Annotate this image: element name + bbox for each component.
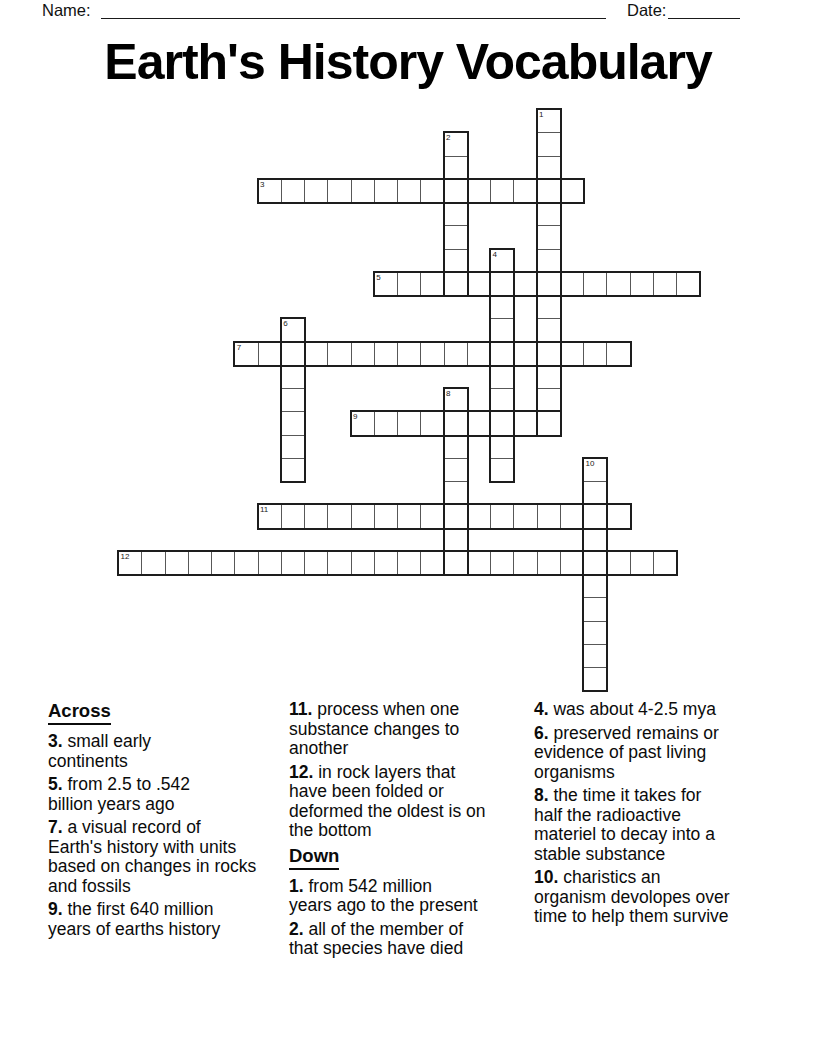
clue-item-number: 6. bbox=[534, 723, 553, 743]
grid-cell[interactable] bbox=[537, 295, 561, 319]
grid-cell[interactable] bbox=[444, 388, 468, 412]
clue-item-number: 5. bbox=[48, 774, 67, 794]
grid-cell[interactable] bbox=[258, 504, 282, 528]
grid-cell[interactable] bbox=[281, 411, 305, 435]
grid-cell[interactable] bbox=[490, 365, 514, 389]
grid-cell[interactable] bbox=[537, 225, 561, 249]
grid-cell[interactable] bbox=[444, 179, 468, 203]
grid-cell[interactable] bbox=[467, 179, 491, 203]
grid-cell[interactable] bbox=[513, 551, 537, 575]
grid-cell[interactable] bbox=[304, 179, 328, 203]
clue-column: 4. was about 4-2.5 mya6. preserved remai… bbox=[534, 700, 776, 931]
grid-cell[interactable] bbox=[606, 504, 630, 528]
grid-cell[interactable] bbox=[188, 551, 212, 575]
grid-cell[interactable] bbox=[583, 342, 607, 366]
grid-cell[interactable] bbox=[537, 342, 561, 366]
grid-cell[interactable] bbox=[537, 411, 561, 435]
grid-cell[interactable] bbox=[490, 388, 514, 412]
clue-item-text: a visual record of Earth's history with … bbox=[48, 817, 256, 896]
clue-item: 12. in rock layers that have been folded… bbox=[289, 763, 531, 841]
grid-cell[interactable] bbox=[397, 504, 421, 528]
grid-cell[interactable] bbox=[327, 342, 351, 366]
grid-cell[interactable] bbox=[397, 342, 421, 366]
grid-cell[interactable] bbox=[374, 411, 398, 435]
grid-cell[interactable] bbox=[304, 342, 328, 366]
grid-cell[interactable] bbox=[327, 179, 351, 203]
clue-item: 10. charistics an organism devolopes ove… bbox=[534, 868, 776, 927]
grid-cell[interactable] bbox=[444, 411, 468, 435]
grid-cell[interactable] bbox=[537, 132, 561, 156]
clue-item: 7. a visual record of Earth's history wi… bbox=[48, 818, 290, 896]
grid-cell[interactable] bbox=[351, 551, 375, 575]
clues-across-header: Across bbox=[48, 700, 111, 725]
grid-cell[interactable] bbox=[374, 342, 398, 366]
grid-cell[interactable] bbox=[513, 179, 537, 203]
grid-cell[interactable] bbox=[281, 342, 305, 366]
grid-cell[interactable] bbox=[444, 225, 468, 249]
grid-cell[interactable] bbox=[444, 528, 468, 552]
grid-cell[interactable] bbox=[141, 551, 165, 575]
grid-cell[interactable] bbox=[420, 342, 444, 366]
grid-cell[interactable] bbox=[560, 179, 584, 203]
grid-cell[interactable] bbox=[281, 551, 305, 575]
grid-cell[interactable] bbox=[281, 318, 305, 342]
grid-cell[interactable] bbox=[583, 528, 607, 552]
grid-cell[interactable] bbox=[583, 458, 607, 482]
grid-cell[interactable] bbox=[537, 388, 561, 412]
grid-cell[interactable] bbox=[490, 458, 514, 482]
grid-cell[interactable] bbox=[327, 551, 351, 575]
grid-cell[interactable] bbox=[513, 342, 537, 366]
clue-item: 2. all of the member of that species hav… bbox=[289, 920, 531, 959]
grid-cell[interactable] bbox=[444, 481, 468, 505]
clue-item-number: 9. bbox=[48, 899, 67, 919]
worksheet-page: Name: Date: Earth's History Vocabulary 3… bbox=[0, 0, 816, 1056]
clue-item: 6. preserved remains or evidence of past… bbox=[534, 724, 776, 783]
grid-cell[interactable] bbox=[583, 621, 607, 645]
date-fill-line[interactable] bbox=[668, 18, 740, 19]
grid-cell[interactable] bbox=[420, 272, 444, 296]
grid-cell[interactable] bbox=[420, 504, 444, 528]
clue-item-number: 1. bbox=[289, 876, 308, 896]
grid-cell[interactable] bbox=[444, 342, 468, 366]
grid-cell[interactable] bbox=[281, 365, 305, 389]
grid-cell[interactable] bbox=[374, 272, 398, 296]
grid-cell[interactable] bbox=[490, 411, 514, 435]
clue-column: 11. process when one substance changes t… bbox=[289, 700, 531, 963]
grid-cell[interactable] bbox=[560, 504, 584, 528]
clue-item-text: the first 640 million years of earths hi… bbox=[48, 899, 220, 939]
grid-cell[interactable] bbox=[281, 435, 305, 459]
clue-item: 5. from 2.5 to .542 billion years ago bbox=[48, 775, 290, 814]
grid-cell[interactable] bbox=[118, 551, 142, 575]
clue-item-number: 8. bbox=[534, 785, 553, 805]
grid-cell[interactable] bbox=[234, 551, 258, 575]
clue-item-number: 4. bbox=[534, 699, 553, 719]
clue-item: 8. the time it takes for half the radioa… bbox=[534, 786, 776, 864]
grid-cell[interactable] bbox=[490, 435, 514, 459]
clue-item: 11. process when one substance changes t… bbox=[289, 700, 531, 759]
grid-cell[interactable] bbox=[444, 249, 468, 273]
grid-cell[interactable] bbox=[351, 179, 375, 203]
grid-cell[interactable] bbox=[676, 272, 700, 296]
grid-cell[interactable] bbox=[583, 551, 607, 575]
grid-cell[interactable] bbox=[537, 551, 561, 575]
grid-cell[interactable] bbox=[606, 272, 630, 296]
grid-cell[interactable] bbox=[374, 179, 398, 203]
grid-cell[interactable] bbox=[537, 179, 561, 203]
clue-item-number: 3. bbox=[48, 731, 67, 751]
grid-cell[interactable] bbox=[397, 179, 421, 203]
grid-cell[interactable] bbox=[444, 156, 468, 180]
grid-cell[interactable] bbox=[374, 504, 398, 528]
grid-cell[interactable] bbox=[467, 411, 491, 435]
clue-item: 9. the first 640 million years of earths… bbox=[48, 900, 290, 939]
grid-cell[interactable] bbox=[281, 388, 305, 412]
grid-cell[interactable] bbox=[630, 272, 654, 296]
clue-item-text: the time it takes for half the radioacti… bbox=[534, 785, 715, 864]
clue-item-number: 7. bbox=[48, 817, 67, 837]
clue-item-text: from 542 million years ago to the presen… bbox=[289, 876, 478, 916]
grid-cell[interactable] bbox=[630, 551, 654, 575]
grid-cell[interactable] bbox=[490, 295, 514, 319]
grid-cell[interactable] bbox=[397, 272, 421, 296]
grid-cell[interactable] bbox=[490, 342, 514, 366]
grid-cell[interactable] bbox=[513, 272, 537, 296]
grid-cell[interactable] bbox=[537, 318, 561, 342]
grid-cell[interactable] bbox=[490, 551, 514, 575]
grid-cell[interactable] bbox=[211, 551, 235, 575]
grid-cell[interactable] bbox=[444, 132, 468, 156]
grid-cell[interactable] bbox=[420, 179, 444, 203]
grid-cell[interactable] bbox=[537, 504, 561, 528]
grid-cell[interactable] bbox=[490, 249, 514, 273]
clue-item-text: in rock layers that have been folded or … bbox=[289, 762, 486, 841]
grid-cell[interactable] bbox=[653, 272, 677, 296]
grid-cell[interactable] bbox=[397, 551, 421, 575]
date-label: Date: bbox=[627, 1, 666, 20]
grid-cell[interactable] bbox=[537, 202, 561, 226]
clue-item: 1. from 542 million years ago to the pre… bbox=[289, 877, 531, 916]
grid-cell[interactable] bbox=[351, 411, 375, 435]
grid-cell[interactable] bbox=[444, 272, 468, 296]
grid-cell[interactable] bbox=[490, 272, 514, 296]
clue-item: 3. small early continents bbox=[48, 732, 290, 771]
grid-cell[interactable] bbox=[374, 551, 398, 575]
grid-cell[interactable] bbox=[583, 272, 607, 296]
grid-cell[interactable] bbox=[583, 597, 607, 621]
grid-cell[interactable] bbox=[537, 249, 561, 273]
grid-cell[interactable] bbox=[490, 504, 514, 528]
clue-item-text: was about 4-2.5 mya bbox=[553, 699, 715, 719]
grid-cell[interactable] bbox=[420, 411, 444, 435]
grid-cell[interactable] bbox=[560, 551, 584, 575]
grid-cell[interactable] bbox=[351, 342, 375, 366]
grid-cell[interactable] bbox=[513, 411, 537, 435]
grid-cell[interactable] bbox=[165, 551, 189, 575]
grid-cell[interactable] bbox=[467, 504, 491, 528]
grid-cell[interactable] bbox=[258, 179, 282, 203]
grid-cell[interactable] bbox=[467, 551, 491, 575]
clue-item-number: 10. bbox=[534, 867, 563, 887]
clue-item-text: preserved remains or evidence of past li… bbox=[534, 723, 719, 782]
name-fill-line[interactable] bbox=[101, 18, 606, 19]
grid-cell[interactable] bbox=[397, 411, 421, 435]
grid-cell[interactable] bbox=[583, 481, 607, 505]
grid-cell[interactable] bbox=[467, 272, 491, 296]
grid-cell[interactable] bbox=[490, 318, 514, 342]
grid-cell[interactable] bbox=[490, 179, 514, 203]
clue-item: 4. was about 4-2.5 mya bbox=[534, 700, 776, 720]
grid-cell[interactable] bbox=[281, 504, 305, 528]
grid-cell[interactable] bbox=[304, 551, 328, 575]
grid-cell[interactable] bbox=[653, 551, 677, 575]
name-label: Name: bbox=[42, 1, 91, 20]
clue-item-number: 12. bbox=[289, 762, 318, 782]
grid-cell[interactable] bbox=[444, 202, 468, 226]
grid-cell[interactable] bbox=[304, 504, 328, 528]
grid-cell[interactable] bbox=[537, 109, 561, 133]
grid-cell[interactable] bbox=[444, 504, 468, 528]
grid-cell[interactable] bbox=[327, 504, 351, 528]
grid-cell[interactable] bbox=[560, 342, 584, 366]
grid-cell[interactable] bbox=[583, 504, 607, 528]
clue-item-text: all of the member of that species have d… bbox=[289, 919, 463, 959]
grid-cell[interactable] bbox=[467, 342, 491, 366]
clue-column: Across3. small early continents5. from 2… bbox=[48, 700, 290, 943]
grid-cell[interactable] bbox=[606, 342, 630, 366]
grid-cell[interactable] bbox=[606, 551, 630, 575]
grid-cell[interactable] bbox=[537, 272, 561, 296]
grid-cell[interactable] bbox=[351, 504, 375, 528]
clue-item-text: charistics an organism devolopes over ti… bbox=[534, 867, 730, 926]
clue-item-number: 11. bbox=[289, 699, 317, 719]
page-title: Earth's History Vocabulary bbox=[0, 33, 816, 91]
grid-cell[interactable] bbox=[444, 435, 468, 459]
grid-cell[interactable] bbox=[444, 551, 468, 575]
grid-cell[interactable] bbox=[444, 458, 468, 482]
grid-cell[interactable] bbox=[583, 644, 607, 668]
grid-cell[interactable] bbox=[281, 179, 305, 203]
grid-cell[interactable] bbox=[513, 504, 537, 528]
grid-cell[interactable] bbox=[537, 365, 561, 389]
grid-cell[interactable] bbox=[258, 342, 282, 366]
grid-cell[interactable] bbox=[537, 156, 561, 180]
grid-cell[interactable] bbox=[583, 574, 607, 598]
grid-cell[interactable] bbox=[560, 272, 584, 296]
crossword-grid: 357911121246810 bbox=[118, 109, 700, 691]
grid-cell[interactable] bbox=[583, 667, 607, 691]
grid-cell[interactable] bbox=[281, 458, 305, 482]
grid-cell[interactable] bbox=[258, 551, 282, 575]
clues-down-header: Down bbox=[289, 845, 339, 870]
clue-item-text: from 2.5 to .542 billion years ago bbox=[48, 774, 190, 814]
clue-item-number: 2. bbox=[289, 919, 308, 939]
grid-cell[interactable] bbox=[420, 551, 444, 575]
grid-cell[interactable] bbox=[234, 342, 258, 366]
